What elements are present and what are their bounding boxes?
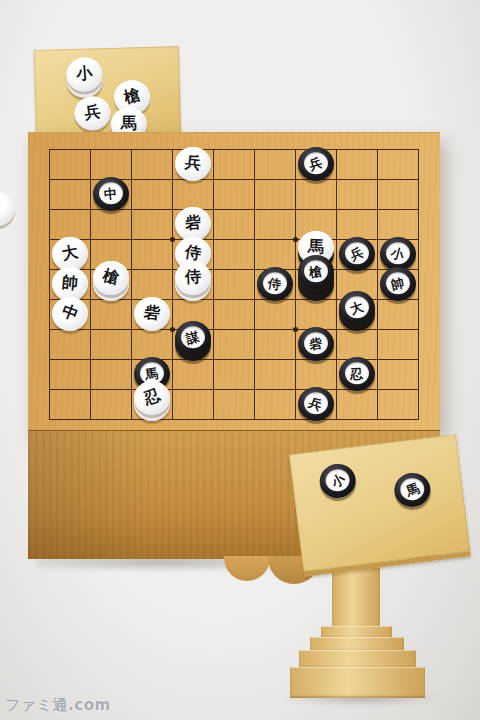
piece-kanji: 馬 bbox=[144, 366, 159, 381]
piece-kanji: 謀 bbox=[185, 329, 201, 345]
piece-face: 兵 bbox=[304, 392, 328, 414]
piece-face: 帥 bbox=[52, 266, 88, 300]
piece-kanji: 馬 bbox=[307, 239, 324, 256]
gungi-piece-black-兵[interactable]: 兵 bbox=[339, 237, 375, 271]
board-surface[interactable]: 兵兵中砦大侍馬兵小帥槍侍侍槍帥中砦大謀砦馬忍忍兵 bbox=[28, 132, 440, 431]
piece-kanji: 兵 bbox=[184, 154, 202, 172]
photo-scene: 小小槍兵馬 兵兵中砦大侍馬兵小帥槍侍侍槍帥中砦大謀砦馬忍忍兵 小馬 ファミ通.c… bbox=[0, 0, 480, 720]
gungi-piece-black-馬[interactable]: 馬 bbox=[392, 471, 432, 509]
gungi-piece-white-槍[interactable]: 槍 bbox=[93, 261, 129, 295]
piece-kanji: 馬 bbox=[121, 115, 137, 131]
piece-face: 小 bbox=[324, 468, 351, 493]
piece-face: 砦 bbox=[175, 206, 211, 240]
gungi-piece-black-中[interactable]: 中 bbox=[93, 177, 129, 211]
piece-kanji: 忍 bbox=[141, 387, 162, 408]
piece-face: 忍 bbox=[134, 380, 170, 414]
piece-kanji: 兵 bbox=[348, 245, 365, 262]
gungi-piece-white-侍[interactable]: 侍 bbox=[175, 261, 211, 295]
gungi-board[interactable]: 兵兵中砦大侍馬兵小帥槍侍侍槍帥中砦大謀砦馬忍忍兵 bbox=[28, 132, 440, 431]
piece-face: 槍 bbox=[304, 260, 328, 282]
gungi-piece-black-大[interactable]: 大 bbox=[339, 291, 375, 325]
piece-kanji: 小 bbox=[76, 65, 93, 82]
piece-kanji: 侍 bbox=[267, 276, 282, 291]
piece-kanji: 砦 bbox=[308, 336, 323, 351]
gungi-piece-white-小[interactable]: 小 bbox=[66, 57, 103, 92]
piece-face: 兵 bbox=[345, 242, 369, 264]
piece-kanji: 槍 bbox=[308, 264, 323, 279]
gungi-piece-black-帥[interactable]: 帥 bbox=[380, 267, 416, 301]
gungi-piece-white-砦[interactable]: 砦 bbox=[134, 297, 170, 331]
piece-kanji: 小 bbox=[390, 245, 406, 261]
piece-kanji: 兵 bbox=[307, 155, 323, 171]
piece-face: 侍 bbox=[263, 272, 287, 294]
pedestal-step bbox=[290, 667, 425, 698]
gungi-piece-black-兵[interactable]: 兵 bbox=[298, 387, 334, 421]
piece-face: 小 bbox=[386, 242, 410, 264]
piece-kanji: 帥 bbox=[61, 274, 78, 291]
gungi-piece-black-侍[interactable]: 侍 bbox=[257, 267, 293, 301]
gungi-piece-white-忍[interactable]: 忍 bbox=[134, 381, 170, 415]
piece-kanji: 馬 bbox=[404, 481, 421, 498]
gungi-piece-black-兵[interactable]: 兵 bbox=[298, 147, 334, 181]
gungi-piece-black-謀[interactable]: 謀 bbox=[175, 321, 211, 355]
piece-kanji: 兵 bbox=[84, 103, 102, 121]
piece-face: 忍 bbox=[345, 362, 369, 384]
white-hand-pieces: 小小槍兵馬 bbox=[34, 46, 179, 50]
piece-face: 大 bbox=[345, 296, 369, 318]
piece-kanji: 中 bbox=[103, 186, 117, 200]
board-pieces-layer: 兵兵中砦大侍馬兵小帥槍侍侍槍帥中砦大謀砦馬忍忍兵 bbox=[49, 149, 418, 419]
gungi-piece-black-忍[interactable]: 忍 bbox=[339, 357, 375, 391]
piece-kanji: 大 bbox=[60, 244, 79, 263]
piece-face: 兵 bbox=[304, 152, 328, 174]
gungi-piece-white-兵[interactable]: 兵 bbox=[175, 147, 211, 181]
piece-face: 侍 bbox=[175, 260, 211, 294]
piece-kanji: 大 bbox=[348, 299, 364, 315]
piece-kanji: 忍 bbox=[350, 367, 364, 381]
piece-face: 大 bbox=[52, 236, 88, 270]
gungi-piece-black-小[interactable]: 小 bbox=[318, 462, 358, 500]
black-hand-tray: 小馬 bbox=[289, 434, 471, 577]
piece-face: 謀 bbox=[181, 326, 205, 348]
famitsu-watermark: ファミ通.com bbox=[5, 696, 111, 715]
piece-kanji: 砦 bbox=[184, 214, 202, 232]
gungi-piece-white-兵[interactable]: 兵 bbox=[74, 96, 111, 131]
piece-face: 小 bbox=[66, 56, 103, 91]
piece-kanji: 中 bbox=[59, 303, 80, 324]
piece-face: 兵 bbox=[74, 95, 111, 130]
piece-face: 帥 bbox=[386, 272, 410, 294]
piece-face: 中 bbox=[99, 182, 123, 204]
piece-face: 馬 bbox=[399, 477, 426, 502]
gungi-piece-black-槍[interactable]: 槍 bbox=[298, 255, 334, 289]
piece-kanji: 砦 bbox=[143, 304, 160, 321]
piece-face: 砦 bbox=[134, 296, 170, 330]
gungi-piece-black-砦[interactable]: 砦 bbox=[298, 327, 334, 361]
piece-kanji: 帥 bbox=[390, 275, 406, 291]
partial-white-piece bbox=[0, 192, 15, 226]
piece-face: 槍 bbox=[93, 260, 129, 294]
piece-kanji: 小 bbox=[329, 471, 347, 489]
piece-kanji: 侍 bbox=[184, 269, 201, 286]
gungi-piece-black-小[interactable]: 小 bbox=[380, 237, 416, 271]
board-leg-icon bbox=[224, 556, 270, 581]
gungi-piece-white-中[interactable]: 中 bbox=[52, 297, 88, 331]
piece-face: 砦 bbox=[304, 332, 328, 354]
white-hand-tray: 小小槍兵馬 bbox=[34, 46, 181, 142]
piece-kanji: 槍 bbox=[122, 86, 142, 106]
piece-kanji: 槍 bbox=[101, 267, 120, 286]
piece-kanji: 兵 bbox=[307, 395, 324, 412]
piece-face: 中 bbox=[52, 296, 88, 330]
piece-face: 兵 bbox=[175, 146, 211, 180]
